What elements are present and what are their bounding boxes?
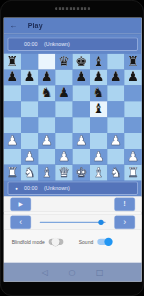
app-bar: ← Play [4, 18, 142, 34]
page-title: Play [28, 22, 43, 30]
square-e7[interactable]: ♟ [73, 70, 90, 86]
black-pawn-e7: ♟ [73, 70, 90, 85]
move-navigation-row: ‹ › [4, 215, 142, 230]
square-e2[interactable] [73, 149, 90, 165]
white-rook-a1: ♜ [4, 165, 21, 180]
square-d4[interactable] [55, 117, 72, 133]
device-mock: ← Play 00:00 (Unknown) ♜♛♚♝♜♟♟♟♟♟♟♟♞♟♞♝♟… [0, 0, 144, 296]
black-bishop-f8: ♝ [90, 54, 107, 69]
white-pawn-g3: ♟ [107, 133, 124, 148]
square-b1[interactable]: ♞ [21, 165, 38, 181]
white-player-name: (Unknown) [44, 185, 70, 191]
black-king-e8: ♚ [73, 54, 90, 69]
chevron-right-icon: › [123, 217, 126, 228]
black-player-clock: 00:00 (Unknown) [8, 38, 138, 51]
black-queen-d8: ♛ [55, 54, 72, 69]
black-pawn-d6: ♟ [55, 85, 72, 100]
toggle-knob [51, 238, 59, 246]
square-c3[interactable]: ♟ [38, 133, 55, 149]
white-pawn-c3: ♟ [38, 133, 55, 148]
controls-panel: ▶ ! ‹ › [4, 197, 142, 263]
white-pawn-e3: ♟ [73, 133, 90, 148]
square-f6[interactable]: ♞ [90, 85, 107, 101]
black-rook-h8: ♜ [124, 54, 141, 69]
back-arrow-icon[interactable]: ← [10, 21, 18, 30]
square-b3[interactable] [21, 133, 38, 149]
app-screen: ← Play 00:00 (Unknown) ♜♛♚♝♜♟♟♟♟♟♟♟♞♟♞♝♟… [4, 18, 142, 282]
square-d1[interactable]: ♛ [55, 165, 72, 181]
square-e1[interactable]: ♚ [73, 165, 90, 181]
black-bishop-f5: ♝ [90, 101, 107, 116]
square-e3[interactable]: ♟ [73, 133, 90, 149]
square-g5[interactable] [107, 101, 124, 117]
white-queen-d1: ♛ [55, 165, 72, 180]
hint-icon: ! [124, 201, 126, 208]
square-g2[interactable] [107, 149, 124, 165]
white-turn-indicator-dot: ● [15, 182, 20, 195]
nav-recents-icon[interactable]: □ [96, 267, 104, 276]
settings-row: Blindfold mode Sound [4, 239, 142, 245]
sound-toggle[interactable] [97, 239, 112, 245]
action-row: ▶ ! [4, 197, 142, 212]
speaker-grille [55, 7, 90, 10]
square-a2[interactable] [4, 149, 21, 165]
black-pawn-h7: ♟ [124, 70, 141, 85]
white-clock-time: 00:00 [24, 185, 37, 191]
square-f8[interactable]: ♝ [90, 54, 107, 70]
square-b2[interactable]: ♟ [21, 149, 38, 165]
square-a4[interactable] [4, 117, 21, 133]
square-d8[interactable]: ♛ [55, 54, 72, 70]
prev-move-button[interactable]: ‹ [10, 216, 31, 229]
next-move-button[interactable]: › [114, 216, 135, 229]
square-b7[interactable]: ♟ [21, 70, 38, 86]
white-knight-b1: ♞ [21, 165, 38, 180]
square-h7[interactable]: ♟ [124, 70, 141, 86]
white-pawn-d2: ♟ [55, 149, 72, 164]
square-c2[interactable] [38, 149, 55, 165]
square-g4[interactable] [107, 117, 124, 133]
square-d3[interactable] [55, 133, 72, 149]
square-g8[interactable] [107, 54, 124, 70]
square-h8[interactable]: ♜ [124, 54, 141, 70]
square-h3[interactable] [124, 133, 141, 149]
square-e8[interactable]: ♚ [73, 54, 90, 70]
square-h1[interactable]: ♜ [124, 165, 141, 181]
white-pawn-a3: ♟ [4, 133, 21, 148]
square-c6[interactable]: ♞ [38, 85, 55, 101]
square-g1[interactable]: ♞ [107, 165, 124, 181]
square-a5[interactable] [4, 101, 21, 117]
white-player-clock: ● 00:00 (Unknown) [8, 182, 138, 195]
black-pawn-a7: ♟ [4, 70, 21, 85]
blindfold-label: Blindfold mode [12, 239, 45, 245]
square-e4[interactable] [73, 117, 90, 133]
android-nav-bar: ◁ ○ □ [4, 263, 142, 282]
square-e5[interactable] [73, 101, 90, 117]
sound-label: Sound [79, 239, 93, 245]
play-icon: ▶ [18, 201, 22, 208]
white-bishop-f1: ♝ [90, 165, 107, 180]
play-button[interactable]: ▶ [10, 198, 31, 211]
white-pawn-f2: ♟ [90, 149, 107, 164]
toggle-knob [104, 238, 112, 246]
black-pawn-b7: ♟ [21, 70, 38, 85]
nav-back-icon[interactable]: ◁ [42, 267, 48, 276]
square-b4[interactable] [21, 117, 38, 133]
square-f2[interactable]: ♟ [90, 149, 107, 165]
square-f7[interactable]: ♟ [90, 70, 107, 86]
white-bishop-c1: ♝ [38, 165, 55, 180]
square-d7[interactable] [55, 70, 72, 86]
square-f4[interactable] [90, 117, 107, 133]
square-h2[interactable]: ♟ [124, 149, 141, 165]
black-knight-c6: ♞ [38, 85, 55, 100]
square-c8[interactable] [38, 54, 55, 70]
game-area: 00:00 (Unknown) ♜♛♚♝♜♟♟♟♟♟♟♟♞♟♞♝♟♟♟♟♟♟♟♟… [4, 34, 142, 197]
square-c7[interactable]: ♟ [38, 70, 55, 86]
square-f5[interactable]: ♝ [90, 101, 107, 117]
black-knight-f6: ♞ [90, 85, 107, 100]
black-player-name: (Unknown) [44, 41, 70, 47]
square-c1[interactable]: ♝ [38, 165, 55, 181]
move-slider[interactable] [40, 222, 106, 223]
square-d2[interactable]: ♟ [55, 149, 72, 165]
square-a1[interactable]: ♜ [4, 165, 21, 181]
square-b5[interactable] [21, 101, 38, 117]
white-rook-h1: ♜ [124, 165, 141, 180]
chevron-left-icon: ‹ [19, 217, 22, 228]
square-b6[interactable] [21, 85, 38, 101]
black-clock-time: 00:00 [24, 41, 37, 47]
square-d6[interactable]: ♟ [55, 85, 72, 101]
white-knight-g1: ♞ [107, 165, 124, 180]
square-g7[interactable]: ♟ [107, 70, 124, 86]
square-a6[interactable] [4, 85, 21, 101]
square-f1[interactable]: ♝ [90, 165, 107, 181]
square-a8[interactable]: ♜ [4, 54, 21, 70]
square-d5[interactable] [55, 101, 72, 117]
chess-board[interactable]: ♜♛♚♝♜♟♟♟♟♟♟♟♞♟♞♝♟♟♟♟♟♟♟♟♜♞♝♛♚♝♞♜ [4, 54, 142, 181]
white-king-e1: ♚ [73, 165, 90, 180]
square-h5[interactable] [124, 101, 141, 117]
square-a7[interactable]: ♟ [4, 70, 21, 86]
blindfold-toggle[interactable] [49, 239, 64, 245]
slider-thumb[interactable] [98, 220, 103, 225]
black-pawn-f7: ♟ [90, 70, 107, 85]
square-e6[interactable] [73, 85, 90, 101]
square-h6[interactable] [124, 85, 141, 101]
white-pawn-h2: ♟ [124, 149, 141, 164]
hint-button[interactable]: ! [114, 198, 135, 211]
black-rook-a8: ♜ [4, 54, 21, 69]
square-c4[interactable] [38, 117, 55, 133]
square-c5[interactable] [38, 101, 55, 117]
square-h4[interactable] [124, 117, 141, 133]
white-pawn-b2: ♟ [21, 149, 38, 164]
square-g3[interactable]: ♟ [107, 133, 124, 149]
black-pawn-c7: ♟ [38, 70, 55, 85]
black-pawn-g7: ♟ [107, 70, 124, 85]
square-g6[interactable] [107, 85, 124, 101]
square-a3[interactable]: ♟ [4, 133, 21, 149]
square-f3[interactable] [90, 133, 107, 149]
nav-home-icon[interactable]: ○ [68, 267, 75, 276]
square-b8[interactable] [21, 54, 38, 70]
phone-frame: ← Play 00:00 (Unknown) ♜♛♚♝♜♟♟♟♟♟♟♟♞♟♞♝♟… [0, 0, 144, 296]
